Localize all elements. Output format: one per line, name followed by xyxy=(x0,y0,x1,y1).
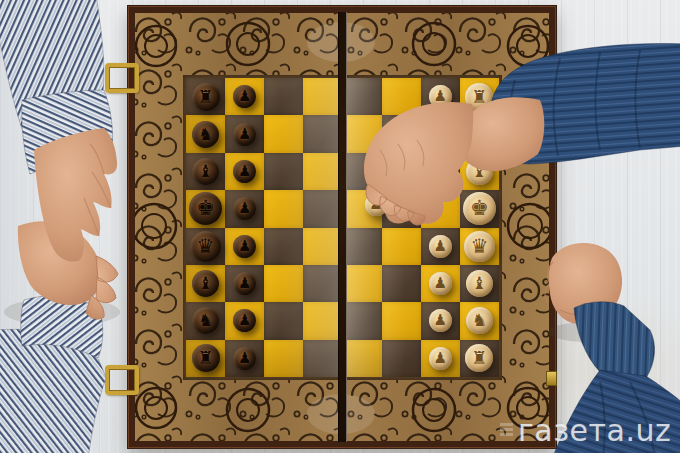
square-c4r1 xyxy=(303,78,342,115)
piece-white-pawn: ♟ xyxy=(429,160,452,183)
piece-glyph: ♟ xyxy=(434,127,447,142)
watermark: газета.uz xyxy=(518,413,671,448)
square-c5r1 xyxy=(343,78,382,115)
square-c3r1 xyxy=(264,78,303,115)
piece-black-knight: ♞ xyxy=(192,121,219,148)
square-c4r4 xyxy=(303,190,342,227)
square-c3r8 xyxy=(264,340,303,377)
piece-glyph: ♟ xyxy=(434,89,447,104)
piece-glyph: ♟ xyxy=(369,197,382,212)
piece-glyph: ♚ xyxy=(196,198,215,219)
square-c6r1 xyxy=(382,78,421,115)
piece-glyph: ♟ xyxy=(434,313,447,328)
photo-scene: ♜♞♝♚♛♝♞♜♟♟♟♟♟♟♟♟♟♟♟♟♟♟♟♟♜♞♝♚♛♝♞♜ xyxy=(0,0,680,453)
square-c3r4 xyxy=(264,190,303,227)
piece-white-pawn: ♟ xyxy=(429,272,452,295)
piece-glyph: ♟ xyxy=(238,164,251,179)
piece-black-pawn: ♟ xyxy=(233,160,256,183)
piece-glyph: ♞ xyxy=(472,126,487,143)
piece-glyph: ♟ xyxy=(238,351,251,366)
piece-black-rook: ♜ xyxy=(192,83,220,111)
board-fold-hinge-line xyxy=(338,12,347,442)
piece-white-pawn: ♟ xyxy=(429,235,452,258)
square-c3r2 xyxy=(264,115,303,152)
square-c4r2 xyxy=(303,115,342,152)
square-c5r5 xyxy=(343,228,382,265)
square-c6r7 xyxy=(382,302,421,339)
piece-black-pawn: ♟ xyxy=(233,123,256,146)
piece-white-pawn: ♟ xyxy=(365,193,388,216)
square-c5r6 xyxy=(343,265,382,302)
piece-glyph: ♝ xyxy=(198,163,213,180)
square-c5r3 xyxy=(343,153,382,190)
square-c5r8 xyxy=(343,340,382,377)
piece-white-rook: ♜ xyxy=(465,83,493,111)
square-c4r8 xyxy=(303,340,342,377)
square-c5r2 xyxy=(343,115,382,152)
piece-white-queen: ♛ xyxy=(464,231,495,262)
piece-glyph: ♚ xyxy=(470,198,489,219)
piece-glyph: ♟ xyxy=(434,276,447,291)
piece-black-bishop: ♝ xyxy=(192,158,219,185)
piece-glyph: ♝ xyxy=(198,275,213,292)
piece-glyph: ♟ xyxy=(434,239,447,254)
square-c4r5 xyxy=(303,228,342,265)
square-c7r4 xyxy=(421,190,460,227)
piece-glyph: ♟ xyxy=(238,127,251,142)
square-c3r5 xyxy=(264,228,303,265)
piece-black-bishop: ♝ xyxy=(192,270,219,297)
piece-white-knight: ♞ xyxy=(466,121,493,148)
square-c3r6 xyxy=(264,265,303,302)
square-c6r5 xyxy=(382,228,421,265)
piece-glyph: ♟ xyxy=(238,313,251,328)
piece-black-pawn: ♟ xyxy=(233,347,256,370)
brass-hinge-right xyxy=(546,371,557,386)
square-c5r7 xyxy=(343,302,382,339)
piece-white-bishop: ♝ xyxy=(466,270,493,297)
piece-black-queen: ♛ xyxy=(190,231,221,262)
square-c6r2 xyxy=(382,115,421,152)
piece-glyph: ♜ xyxy=(471,349,487,367)
piece-glyph: ♟ xyxy=(238,239,251,254)
square-c3r3 xyxy=(264,153,303,190)
square-c3r7 xyxy=(264,302,303,339)
piece-glyph: ♞ xyxy=(198,126,213,143)
piece-glyph: ♟ xyxy=(238,89,251,104)
piece-glyph: ♝ xyxy=(472,163,487,180)
piece-glyph: ♜ xyxy=(197,88,213,106)
piece-white-pawn: ♟ xyxy=(429,347,452,370)
square-c4r3 xyxy=(303,153,342,190)
square-c6r6 xyxy=(382,265,421,302)
piece-black-pawn: ♟ xyxy=(233,235,256,258)
square-c4r7 xyxy=(303,302,342,339)
piece-glyph: ♛ xyxy=(470,236,488,256)
square-c4r6 xyxy=(303,265,342,302)
square-c6r8 xyxy=(382,340,421,377)
brass-clasp-top xyxy=(105,63,139,93)
piece-glyph: ♟ xyxy=(434,351,447,366)
piece-glyph: ♜ xyxy=(471,88,487,106)
piece-glyph: ♞ xyxy=(472,312,487,329)
piece-white-bishop: ♝ xyxy=(466,158,493,185)
square-c6r4 xyxy=(382,190,421,227)
brass-clasp-bottom xyxy=(105,365,139,395)
piece-glyph: ♞ xyxy=(198,312,213,329)
piece-glyph: ♟ xyxy=(434,164,447,179)
watermark-logo xyxy=(500,423,513,436)
piece-white-pawn: ♟ xyxy=(429,85,452,108)
piece-glyph: ♝ xyxy=(472,275,487,292)
piece-glyph: ♜ xyxy=(197,349,213,367)
piece-white-pawn: ♟ xyxy=(429,123,452,146)
piece-glyph: ♟ xyxy=(238,276,251,291)
piece-glyph: ♛ xyxy=(197,236,215,256)
square-c6r3 xyxy=(382,153,421,190)
piece-black-rook: ♜ xyxy=(192,344,220,372)
piece-glyph: ♟ xyxy=(238,201,251,216)
